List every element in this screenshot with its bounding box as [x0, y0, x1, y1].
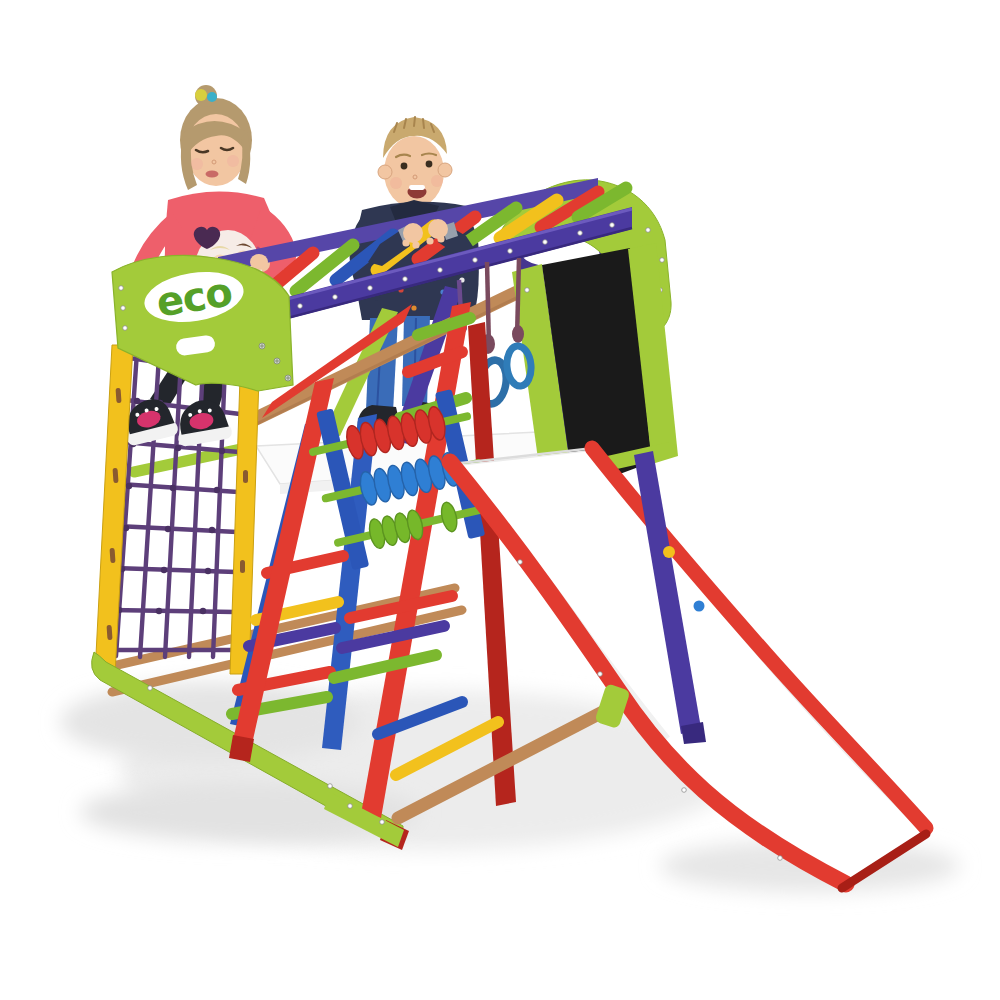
- girl-mouth: [206, 171, 219, 178]
- boy-fist-right: [428, 219, 448, 239]
- girl-hair-tie: [195, 89, 207, 101]
- eco-logo-panel: eco: [112, 255, 293, 391]
- play-gym-product-photo: eco: [0, 0, 1000, 1000]
- boy-eye-left: [401, 163, 408, 170]
- yellow-knob: [663, 546, 675, 558]
- boy-eye-right: [426, 161, 433, 168]
- photo-canvas: eco: [0, 0, 1000, 1000]
- gym-ring-right: [505, 345, 532, 387]
- blue-knob: [694, 601, 705, 612]
